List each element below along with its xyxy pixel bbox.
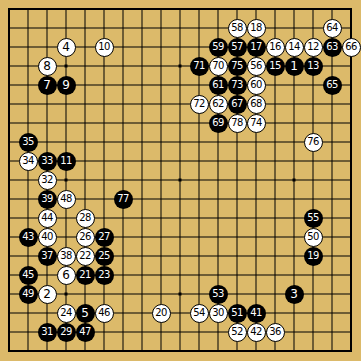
stone-white-64: 64 bbox=[323, 19, 342, 38]
stone-black-37: 37 bbox=[38, 247, 57, 266]
stone-white-36: 36 bbox=[266, 323, 285, 342]
stone-white-32: 32 bbox=[38, 171, 57, 190]
stone-black-47: 47 bbox=[76, 323, 95, 342]
stone-white-16: 16 bbox=[266, 38, 285, 57]
stone-white-48: 48 bbox=[57, 190, 76, 209]
stone-black-71: 71 bbox=[190, 57, 209, 76]
stone-black-29: 29 bbox=[57, 323, 76, 342]
stone-white-54: 54 bbox=[190, 304, 209, 323]
stone-white-26: 26 bbox=[76, 228, 95, 247]
stone-black-9: 9 bbox=[57, 76, 76, 95]
stone-white-4: 4 bbox=[57, 38, 76, 57]
stone-black-43: 43 bbox=[19, 228, 38, 247]
stone-white-44: 44 bbox=[38, 209, 57, 228]
stone-black-69: 69 bbox=[209, 114, 228, 133]
stone-white-22: 22 bbox=[76, 247, 95, 266]
stone-black-55: 55 bbox=[304, 209, 323, 228]
stone-white-8: 8 bbox=[38, 57, 57, 76]
stone-black-61: 61 bbox=[209, 76, 228, 95]
stone-white-46: 46 bbox=[95, 304, 114, 323]
stone-white-10: 10 bbox=[95, 38, 114, 57]
stone-black-63: 63 bbox=[323, 38, 342, 57]
stone-black-35: 35 bbox=[19, 133, 38, 152]
stone-black-67: 67 bbox=[228, 95, 247, 114]
stone-black-75: 75 bbox=[228, 57, 247, 76]
stone-white-56: 56 bbox=[247, 57, 266, 76]
stone-black-1: 1 bbox=[285, 57, 304, 76]
stone-black-53: 53 bbox=[209, 285, 228, 304]
stone-black-31: 31 bbox=[38, 323, 57, 342]
stone-white-74: 74 bbox=[247, 114, 266, 133]
stone-black-41: 41 bbox=[247, 304, 266, 323]
stone-white-18: 18 bbox=[247, 19, 266, 38]
stone-white-24: 24 bbox=[57, 304, 76, 323]
stone-black-27: 27 bbox=[95, 228, 114, 247]
stone-white-78: 78 bbox=[228, 114, 247, 133]
stone-black-49: 49 bbox=[19, 285, 38, 304]
stone-white-12: 12 bbox=[304, 38, 323, 57]
stone-white-66: 66 bbox=[342, 38, 361, 57]
stone-white-38: 38 bbox=[57, 247, 76, 266]
stone-black-51: 51 bbox=[228, 304, 247, 323]
stone-black-59: 59 bbox=[209, 38, 228, 57]
stones-grid: 1234567891011121314151617181920212223242… bbox=[0, 0, 361, 361]
stone-white-62: 62 bbox=[209, 95, 228, 114]
stone-black-17: 17 bbox=[247, 38, 266, 57]
stone-white-2: 2 bbox=[38, 285, 57, 304]
stone-black-21: 21 bbox=[76, 266, 95, 285]
stone-black-15: 15 bbox=[266, 57, 285, 76]
stone-black-11: 11 bbox=[57, 152, 76, 171]
stone-white-30: 30 bbox=[209, 304, 228, 323]
stone-white-60: 60 bbox=[247, 76, 266, 95]
stone-white-72: 72 bbox=[190, 95, 209, 114]
stone-white-50: 50 bbox=[304, 228, 323, 247]
stone-black-25: 25 bbox=[95, 247, 114, 266]
stone-black-13: 13 bbox=[304, 57, 323, 76]
stone-white-68: 68 bbox=[247, 95, 266, 114]
stone-white-58: 58 bbox=[228, 19, 247, 38]
stone-white-34: 34 bbox=[19, 152, 38, 171]
stone-black-33: 33 bbox=[38, 152, 57, 171]
stone-white-28: 28 bbox=[76, 209, 95, 228]
stone-white-52: 52 bbox=[228, 323, 247, 342]
stone-white-40: 40 bbox=[38, 228, 57, 247]
stone-black-19: 19 bbox=[304, 247, 323, 266]
stone-black-5: 5 bbox=[76, 304, 95, 323]
stone-black-23: 23 bbox=[95, 266, 114, 285]
stone-black-73: 73 bbox=[228, 76, 247, 95]
stone-black-3: 3 bbox=[285, 285, 304, 304]
go-board: 1234567891011121314151617181920212223242… bbox=[0, 0, 361, 361]
stone-white-42: 42 bbox=[247, 323, 266, 342]
stone-black-39: 39 bbox=[38, 190, 57, 209]
stone-white-70: 70 bbox=[209, 57, 228, 76]
stone-white-20: 20 bbox=[152, 304, 171, 323]
stone-black-65: 65 bbox=[323, 76, 342, 95]
stone-black-77: 77 bbox=[114, 190, 133, 209]
stone-white-6: 6 bbox=[57, 266, 76, 285]
stone-black-57: 57 bbox=[228, 38, 247, 57]
stone-white-14: 14 bbox=[285, 38, 304, 57]
stone-white-76: 76 bbox=[304, 133, 323, 152]
stone-black-45: 45 bbox=[19, 266, 38, 285]
stone-black-7: 7 bbox=[38, 76, 57, 95]
